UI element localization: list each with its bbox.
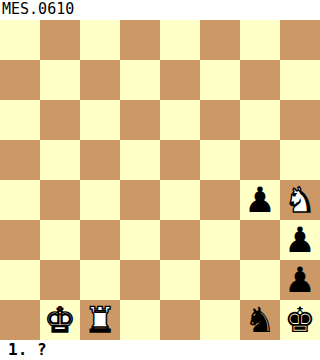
square-h8[interactable]	[280, 20, 320, 60]
square-e6[interactable]	[160, 100, 200, 140]
square-d6[interactable]	[120, 100, 160, 140]
square-b4[interactable]	[40, 180, 80, 220]
square-h7[interactable]	[280, 60, 320, 100]
square-b1[interactable]: ♚	[40, 300, 80, 340]
square-f2[interactable]	[200, 260, 240, 300]
square-f4[interactable]	[200, 180, 240, 220]
square-d5[interactable]	[120, 140, 160, 180]
square-e8[interactable]	[160, 20, 200, 60]
move-prompt: 1. ?	[0, 340, 320, 360]
square-d1[interactable]	[120, 300, 160, 340]
square-g2[interactable]	[240, 260, 280, 300]
square-g8[interactable]	[240, 20, 280, 60]
black-pawn-h3: ♟	[284, 223, 315, 258]
square-f8[interactable]	[200, 20, 240, 60]
square-d3[interactable]	[120, 220, 160, 260]
chess-board: ♟♞♟♟♚♜♞♚	[0, 20, 320, 340]
square-c6[interactable]	[80, 100, 120, 140]
square-e4[interactable]	[160, 180, 200, 220]
square-c4[interactable]	[80, 180, 120, 220]
square-a3[interactable]	[0, 220, 40, 260]
square-d4[interactable]	[120, 180, 160, 220]
square-b7[interactable]	[40, 60, 80, 100]
square-c8[interactable]	[80, 20, 120, 60]
square-a1[interactable]	[0, 300, 40, 340]
square-g6[interactable]	[240, 100, 280, 140]
square-c1[interactable]: ♜	[80, 300, 120, 340]
black-knight-g1: ♞	[244, 303, 275, 338]
square-a7[interactable]	[0, 60, 40, 100]
square-a4[interactable]	[0, 180, 40, 220]
square-h5[interactable]	[280, 140, 320, 180]
square-a6[interactable]	[0, 100, 40, 140]
square-h4[interactable]: ♞	[280, 180, 320, 220]
square-c3[interactable]	[80, 220, 120, 260]
square-h3[interactable]: ♟	[280, 220, 320, 260]
square-e5[interactable]	[160, 140, 200, 180]
square-d7[interactable]	[120, 60, 160, 100]
black-pawn-g4: ♟	[244, 183, 275, 218]
square-f3[interactable]	[200, 220, 240, 260]
square-b5[interactable]	[40, 140, 80, 180]
square-c5[interactable]	[80, 140, 120, 180]
square-a5[interactable]	[0, 140, 40, 180]
square-h2[interactable]: ♟	[280, 260, 320, 300]
square-g7[interactable]	[240, 60, 280, 100]
square-e3[interactable]	[160, 220, 200, 260]
black-pawn-h2: ♟	[284, 263, 315, 298]
square-a8[interactable]	[0, 20, 40, 60]
square-f1[interactable]	[200, 300, 240, 340]
square-b2[interactable]	[40, 260, 80, 300]
square-d8[interactable]	[120, 20, 160, 60]
square-b8[interactable]	[40, 20, 80, 60]
square-a2[interactable]	[0, 260, 40, 300]
square-c2[interactable]	[80, 260, 120, 300]
square-d2[interactable]	[120, 260, 160, 300]
square-e7[interactable]	[160, 60, 200, 100]
square-f5[interactable]	[200, 140, 240, 180]
square-g1[interactable]: ♞	[240, 300, 280, 340]
puzzle-title: MES.0610	[0, 0, 320, 20]
square-h6[interactable]	[280, 100, 320, 140]
square-c7[interactable]	[80, 60, 120, 100]
black-king-h1: ♚	[284, 303, 315, 338]
square-g3[interactable]	[240, 220, 280, 260]
square-f6[interactable]	[200, 100, 240, 140]
square-b6[interactable]	[40, 100, 80, 140]
square-b3[interactable]	[40, 220, 80, 260]
square-h1[interactable]: ♚	[280, 300, 320, 340]
square-g5[interactable]	[240, 140, 280, 180]
square-e2[interactable]	[160, 260, 200, 300]
square-f7[interactable]	[200, 60, 240, 100]
square-e1[interactable]	[160, 300, 200, 340]
white-king-b1: ♚	[44, 303, 75, 338]
white-knight-h4: ♞	[284, 183, 315, 218]
white-rook-c1: ♜	[84, 303, 115, 338]
square-g4[interactable]: ♟	[240, 180, 280, 220]
